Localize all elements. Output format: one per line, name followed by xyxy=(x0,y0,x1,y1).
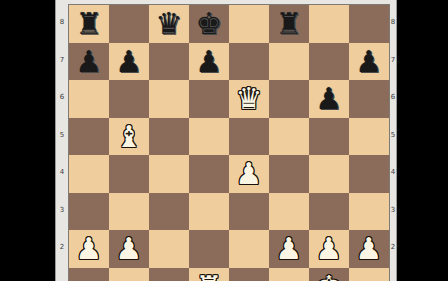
square-b1 xyxy=(109,268,149,281)
square-b6 xyxy=(109,80,149,118)
square-e1 xyxy=(229,268,269,281)
square-a2: ♟ xyxy=(69,230,109,268)
square-b5: ♝ xyxy=(109,118,149,156)
square-a4 xyxy=(69,155,109,193)
square-e2 xyxy=(229,230,269,268)
square-b8 xyxy=(109,5,149,43)
square-c3 xyxy=(149,193,189,231)
square-g7 xyxy=(309,43,349,81)
black-king-d8: ♚ xyxy=(196,5,223,42)
square-c8: ♛ xyxy=(149,5,189,43)
square-f4 xyxy=(269,155,309,193)
black-pawn-d7: ♟ xyxy=(196,43,223,80)
black-rook-f8: ♜ xyxy=(276,5,303,42)
square-g3 xyxy=(309,193,349,231)
square-d8: ♚ xyxy=(189,5,229,43)
square-b7: ♟ xyxy=(109,43,149,81)
square-h2: ♟ xyxy=(349,230,389,268)
square-d3 xyxy=(189,193,229,231)
square-f5 xyxy=(269,118,309,156)
square-e3 xyxy=(229,193,269,231)
square-a5 xyxy=(69,118,109,156)
square-e7 xyxy=(229,43,269,81)
square-h7: ♟ xyxy=(349,43,389,81)
square-e6: ♛ xyxy=(229,80,269,118)
square-a6 xyxy=(69,80,109,118)
white-pawn-h2: ♟ xyxy=(356,230,383,267)
square-f8: ♜ xyxy=(269,5,309,43)
square-h5 xyxy=(349,118,389,156)
square-h6 xyxy=(349,80,389,118)
letterbox-left xyxy=(0,0,55,281)
black-pawn-h7: ♟ xyxy=(356,43,383,80)
square-f6 xyxy=(269,80,309,118)
square-a3 xyxy=(69,193,109,231)
white-pawn-f2: ♟ xyxy=(276,230,303,267)
square-d1: ♜ xyxy=(189,268,229,281)
rank-labels-left: 87654321 xyxy=(56,4,68,281)
square-a7: ♟ xyxy=(69,43,109,81)
rank-label-left-1: 1 xyxy=(56,267,68,281)
square-g1: ♚ xyxy=(309,268,349,281)
square-h8 xyxy=(349,5,389,43)
square-f7 xyxy=(269,43,309,81)
square-e5 xyxy=(229,118,269,156)
square-g6: ♟ xyxy=(309,80,349,118)
letterbox-right xyxy=(397,0,448,281)
rank-label-left-4: 4 xyxy=(56,154,68,192)
square-d6 xyxy=(189,80,229,118)
square-b3 xyxy=(109,193,149,231)
square-c1 xyxy=(149,268,189,281)
black-queen-c8: ♛ xyxy=(156,5,183,42)
white-pawn-a2: ♟ xyxy=(76,230,103,267)
white-pawn-b2: ♟ xyxy=(116,230,143,267)
black-pawn-b7: ♟ xyxy=(116,43,143,80)
black-pawn-g6: ♟ xyxy=(316,80,343,117)
rank-label-left-2: 2 xyxy=(56,229,68,267)
square-c7 xyxy=(149,43,189,81)
square-f2: ♟ xyxy=(269,230,309,268)
white-bishop-b5: ♝ xyxy=(116,118,143,155)
rank-label-left-6: 6 xyxy=(56,79,68,117)
rank-label-left-7: 7 xyxy=(56,42,68,80)
square-a1 xyxy=(69,268,109,281)
square-g8 xyxy=(309,5,349,43)
white-king-g1: ♚ xyxy=(316,268,343,281)
rank-label-left-5: 5 xyxy=(56,117,68,155)
square-b4 xyxy=(109,155,149,193)
white-queen-e6: ♛ xyxy=(236,80,263,117)
white-pawn-g2: ♟ xyxy=(316,230,343,267)
square-a8: ♜ xyxy=(69,5,109,43)
video-frame: 87654321 87654321 ♜♛♚♜♟♟♟♟♛♟♝♟♟♟♟♟♟♜♚ xyxy=(0,0,448,281)
white-rook-d1: ♜ xyxy=(196,268,223,281)
black-rook-a8: ♜ xyxy=(76,5,103,42)
square-e4: ♟ xyxy=(229,155,269,193)
square-d5 xyxy=(189,118,229,156)
square-h1 xyxy=(349,268,389,281)
square-c2 xyxy=(149,230,189,268)
square-f1 xyxy=(269,268,309,281)
rank-label-left-8: 8 xyxy=(56,4,68,42)
black-pawn-a7: ♟ xyxy=(76,43,103,80)
square-d4 xyxy=(189,155,229,193)
square-e8 xyxy=(229,5,269,43)
square-f3 xyxy=(269,193,309,231)
square-g2: ♟ xyxy=(309,230,349,268)
square-h4 xyxy=(349,155,389,193)
square-g5 xyxy=(309,118,349,156)
square-c4 xyxy=(149,155,189,193)
chess-board: ♜♛♚♜♟♟♟♟♛♟♝♟♟♟♟♟♟♜♚ xyxy=(68,4,390,281)
square-c6 xyxy=(149,80,189,118)
square-h3 xyxy=(349,193,389,231)
square-g4 xyxy=(309,155,349,193)
square-c5 xyxy=(149,118,189,156)
white-pawn-e4: ♟ xyxy=(236,155,263,192)
square-d2 xyxy=(189,230,229,268)
square-b2: ♟ xyxy=(109,230,149,268)
square-d7: ♟ xyxy=(189,43,229,81)
rank-label-left-3: 3 xyxy=(56,192,68,230)
